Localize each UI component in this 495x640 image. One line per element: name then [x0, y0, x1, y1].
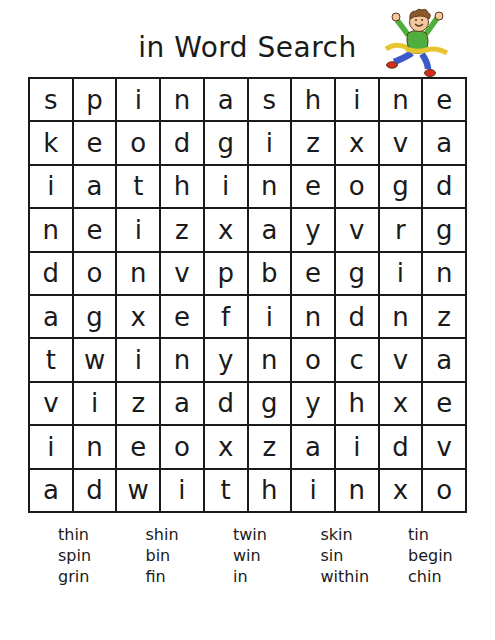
- word-list-item: fin: [146, 566, 234, 587]
- grid-cell-r1c7[interactable]: h: [292, 79, 334, 120]
- grid-cell-r9c9[interactable]: d: [380, 426, 422, 467]
- grid-cell-r10c10[interactable]: o: [423, 470, 465, 511]
- grid-cell-r2c7[interactable]: z: [292, 122, 334, 163]
- grid-cell-r4c8[interactable]: v: [336, 209, 378, 250]
- grid-cell-r1c6[interactable]: s: [249, 79, 291, 120]
- grid-cell-r2c2[interactable]: e: [74, 122, 116, 163]
- grid-cell-r5c8[interactable]: g: [336, 253, 378, 294]
- grid-cell-r1c1[interactable]: s: [30, 79, 72, 120]
- word-list-column-5: tinbeginchin: [408, 524, 495, 587]
- grid-cell-r5c4[interactable]: v: [161, 253, 203, 294]
- grid-cell-r3c8[interactable]: o: [336, 166, 378, 207]
- grid-cell-r4c6[interactable]: a: [249, 209, 291, 250]
- grid-cell-r10c7[interactable]: i: [292, 470, 334, 511]
- grid-cell-r10c8[interactable]: n: [336, 470, 378, 511]
- grid-cell-r2c1[interactable]: k: [30, 122, 72, 163]
- word-search-grid: spinashinekeodgizxvaiathineogdneizxayvrg…: [28, 77, 467, 513]
- word-list-column-4: skinsinwithin: [321, 524, 409, 587]
- grid-cell-r5c2[interactable]: o: [74, 253, 116, 294]
- grid-cell-r8c4[interactable]: a: [161, 383, 203, 424]
- grid-cell-r8c2[interactable]: i: [74, 383, 116, 424]
- grid-cell-r10c4[interactable]: i: [161, 470, 203, 511]
- grid-cell-r4c10[interactable]: g: [423, 209, 465, 250]
- grid-cell-r4c3[interactable]: i: [117, 209, 159, 250]
- grid-cell-r10c3[interactable]: w: [117, 470, 159, 511]
- grid-cell-r9c6[interactable]: z: [249, 426, 291, 467]
- grid-cell-r2c3[interactable]: o: [117, 122, 159, 163]
- grid-cell-r4c1[interactable]: n: [30, 209, 72, 250]
- grid-cell-r2c6[interactable]: i: [249, 122, 291, 163]
- grid-cell-r10c6[interactable]: h: [249, 470, 291, 511]
- grid-cell-r6c4[interactable]: e: [161, 296, 203, 337]
- grid-cell-r3c2[interactable]: a: [74, 166, 116, 207]
- grid-cell-r2c5[interactable]: g: [205, 122, 247, 163]
- grid-cell-r2c4[interactable]: d: [161, 122, 203, 163]
- grid-cell-r10c9[interactable]: x: [380, 470, 422, 511]
- grid-cell-r8c6[interactable]: g: [249, 383, 291, 424]
- grid-cell-r6c6[interactable]: i: [249, 296, 291, 337]
- word-list-item: within: [321, 566, 409, 587]
- grid-cell-r8c7[interactable]: y: [292, 383, 334, 424]
- grid-cell-r7c10[interactable]: a: [423, 339, 465, 380]
- grid-cell-r3c5[interactable]: i: [205, 166, 247, 207]
- word-list-column-2: shinbinfin: [146, 524, 234, 587]
- word-list: thinspingrinshinbinfintwinwininskinsinwi…: [58, 524, 495, 587]
- grid-cell-r5c9[interactable]: i: [380, 253, 422, 294]
- grid-cell-r7c2[interactable]: w: [74, 339, 116, 380]
- grid-cell-r10c1[interactable]: a: [30, 470, 72, 511]
- grid-cell-r9c4[interactable]: o: [161, 426, 203, 467]
- grid-cell-r1c4[interactable]: n: [161, 79, 203, 120]
- grid-cell-r3c6[interactable]: n: [249, 166, 291, 207]
- grid-cell-r5c3[interactable]: n: [117, 253, 159, 294]
- grid-cell-r8c3[interactable]: z: [117, 383, 159, 424]
- word-list-item: sin: [321, 545, 409, 566]
- grid-cell-r7c6[interactable]: n: [249, 339, 291, 380]
- grid-cell-r2c8[interactable]: x: [336, 122, 378, 163]
- grid-cell-r8c8[interactable]: h: [336, 383, 378, 424]
- grid-cell-r5c7[interactable]: e: [292, 253, 334, 294]
- word-list-item: win: [233, 545, 321, 566]
- grid-cell-r3c7[interactable]: e: [292, 166, 334, 207]
- grid-cell-r3c1[interactable]: i: [30, 166, 72, 207]
- grid-cell-r7c1[interactable]: t: [30, 339, 72, 380]
- grid-cell-r7c9[interactable]: v: [380, 339, 422, 380]
- runner-boy-illustration: [383, 7, 451, 79]
- word-list-column-3: twinwinin: [233, 524, 321, 587]
- grid-cell-r1c5[interactable]: a: [205, 79, 247, 120]
- word-list-item: chin: [408, 566, 495, 587]
- grid-cell-r8c10[interactable]: e: [423, 383, 465, 424]
- grid-cell-r2c9[interactable]: v: [380, 122, 422, 163]
- grid-cell-r4c5[interactable]: x: [205, 209, 247, 250]
- grid-cell-r7c4[interactable]: n: [161, 339, 203, 380]
- grid-cell-r10c5[interactable]: t: [205, 470, 247, 511]
- grid-cell-r3c10[interactable]: d: [423, 166, 465, 207]
- grid-cell-r3c9[interactable]: g: [380, 166, 422, 207]
- word-list-item: spin: [58, 545, 146, 566]
- grid-cell-r7c3[interactable]: i: [117, 339, 159, 380]
- grid-cell-r4c7[interactable]: y: [292, 209, 334, 250]
- word-list-item: thin: [58, 524, 146, 545]
- grid-cell-r5c6[interactable]: b: [249, 253, 291, 294]
- grid-cell-r6c2[interactable]: g: [74, 296, 116, 337]
- grid-cell-r7c8[interactable]: c: [336, 339, 378, 380]
- word-list-item: bin: [146, 545, 234, 566]
- grid-cell-r8c5[interactable]: d: [205, 383, 247, 424]
- grid-cell-r5c1[interactable]: d: [30, 253, 72, 294]
- word-list-item: twin: [233, 524, 321, 545]
- grid-cell-r6c8[interactable]: d: [336, 296, 378, 337]
- grid-cell-r4c2[interactable]: e: [74, 209, 116, 250]
- word-list-column-1: thinspingrin: [58, 524, 146, 587]
- worksheet-page: in Word Search: [0, 0, 495, 640]
- grid-cell-r1c8[interactable]: i: [336, 79, 378, 120]
- grid-cell-r6c7[interactable]: n: [292, 296, 334, 337]
- grid-cell-r7c7[interactable]: o: [292, 339, 334, 380]
- grid-cell-r9c2[interactable]: n: [74, 426, 116, 467]
- grid-cell-r6c1[interactable]: a: [30, 296, 72, 337]
- grid-cell-r6c3[interactable]: x: [117, 296, 159, 337]
- grid-cell-r1c9[interactable]: n: [380, 79, 422, 120]
- word-list-item: in: [233, 566, 321, 587]
- grid-cell-r9c1[interactable]: i: [30, 426, 72, 467]
- grid-cell-r1c3[interactable]: i: [117, 79, 159, 120]
- grid-cell-r9c10[interactable]: v: [423, 426, 465, 467]
- grid-cell-r10c2[interactable]: d: [74, 470, 116, 511]
- grid-cell-r6c5[interactable]: f: [205, 296, 247, 337]
- grid-cell-r2c10[interactable]: a: [423, 122, 465, 163]
- grid-cell-r9c3[interactable]: e: [117, 426, 159, 467]
- grid-cell-r1c10[interactable]: e: [423, 79, 465, 120]
- word-list-item: grin: [58, 566, 146, 587]
- word-list-item: begin: [408, 545, 495, 566]
- grid-cell-r9c7[interactable]: a: [292, 426, 334, 467]
- grid-cell-r8c1[interactable]: v: [30, 383, 72, 424]
- grid-cell-r5c10[interactable]: n: [423, 253, 465, 294]
- ribbon-shape: [386, 45, 408, 49]
- grid-cell-r9c8[interactable]: i: [336, 426, 378, 467]
- word-list-item: tin: [408, 524, 495, 545]
- grid-cell-r6c9[interactable]: n: [380, 296, 422, 337]
- grid-cell-r4c9[interactable]: r: [380, 209, 422, 250]
- grid-cell-r5c5[interactable]: p: [205, 253, 247, 294]
- grid-cell-r1c2[interactable]: p: [74, 79, 116, 120]
- grid-cell-r3c3[interactable]: t: [117, 166, 159, 207]
- grid-cell-r4c4[interactable]: z: [161, 209, 203, 250]
- grid-cell-r8c9[interactable]: x: [380, 383, 422, 424]
- grid-cell-r6c10[interactable]: z: [423, 296, 465, 337]
- grid-cell-r9c5[interactable]: x: [205, 426, 247, 467]
- grid-cell-r3c4[interactable]: h: [161, 166, 203, 207]
- word-list-item: shin: [146, 524, 234, 545]
- grid-cell-r7c5[interactable]: y: [205, 339, 247, 380]
- word-list-item: skin: [321, 524, 409, 545]
